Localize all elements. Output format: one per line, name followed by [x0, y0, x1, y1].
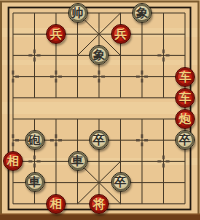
- piece-red-cannon-1[interactable]: 炮: [175, 109, 195, 129]
- xiangqi-app: 帅象兵兵象车车炮砲卒卒相車車卒相将: [0, 0, 200, 220]
- piece-white-elephant-1[interactable]: 象: [132, 3, 152, 23]
- piece-red-rook-1[interactable]: 车: [175, 67, 195, 87]
- piece-white-rook-2[interactable]: 車: [25, 172, 45, 192]
- board-bottom-edge: [0, 214, 200, 220]
- piece-white-rook-1[interactable]: 車: [68, 151, 88, 171]
- piece-red-pawn-2[interactable]: 兵: [111, 24, 131, 44]
- piece-red-general[interactable]: 将: [89, 194, 109, 214]
- piece-white-pawn-3[interactable]: 卒: [111, 172, 131, 192]
- piece-red-elephant-1[interactable]: 相: [3, 151, 23, 171]
- piece-red-pawn-1[interactable]: 兵: [46, 24, 66, 44]
- piece-white-cannon-1[interactable]: 砲: [25, 130, 45, 150]
- piece-white-general[interactable]: 帅: [68, 3, 88, 23]
- piece-red-rook-2[interactable]: 车: [175, 88, 195, 108]
- piece-layer: 帅象兵兵象车车炮砲卒卒相車車卒相将: [2, 2, 196, 214]
- piece-white-elephant-2[interactable]: 象: [89, 45, 109, 65]
- piece-red-elephant-2[interactable]: 相: [46, 194, 66, 214]
- piece-white-pawn-2[interactable]: 卒: [175, 130, 195, 150]
- piece-white-pawn-1[interactable]: 卒: [89, 130, 109, 150]
